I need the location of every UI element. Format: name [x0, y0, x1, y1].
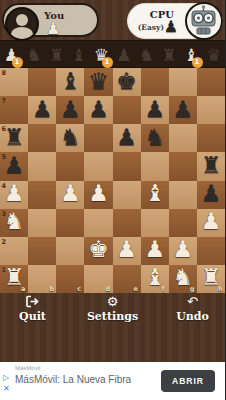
piece-black-pawn[interactable]: ♟ [32, 98, 53, 121]
captured-piece-knight-icon: ♞ [26, 47, 41, 64]
chess-board: ♝♛♚♟♟♟♟♟♜♞♟♞♟♜♟♟♟♝♟♞♟♚♟♟♟♜♝♞♜87654321abc… [0, 68, 225, 293]
square-d6[interactable] [84, 124, 112, 152]
piece-white-king[interactable]: ♚ [88, 238, 109, 261]
piece-white-pawn[interactable]: ♟ [144, 238, 165, 261]
square-g5[interactable] [169, 152, 197, 180]
square-b6[interactable] [28, 124, 56, 152]
quit-button[interactable]: Quit [5, 295, 61, 323]
captured-slot-right-queen: ♛ [203, 41, 226, 69]
square-h6[interactable] [197, 124, 225, 152]
square-f3[interactable] [141, 209, 169, 237]
captured-slot-left-knight: ♞ [23, 41, 46, 69]
piece-white-pawn[interactable]: ♟ [116, 238, 137, 261]
square-e6[interactable]: ♟ [113, 124, 141, 152]
player-card-cpu: CPU (Easy) ♟ [127, 3, 223, 39]
square-c5[interactable] [56, 152, 84, 180]
ad-open-button[interactable]: ABRIR [161, 370, 215, 392]
square-c2[interactable] [56, 237, 84, 265]
captured-piece-knight-icon: ♞ [139, 47, 154, 64]
ad-advertiser: MásMóvil [15, 365, 40, 371]
piece-black-pawn[interactable]: ♟ [201, 182, 222, 205]
square-g8[interactable] [169, 68, 197, 96]
piece-black-king[interactable]: ♚ [116, 70, 137, 93]
square-h2[interactable] [197, 237, 225, 265]
square-b4[interactable] [28, 181, 56, 209]
captured-slot-right-bishop: ♝1 [180, 41, 203, 69]
adchoices-icon[interactable]: ▷ [3, 373, 9, 382]
black-pawn-side-icon: ♟ [164, 17, 178, 36]
piece-black-pawn[interactable]: ♟ [173, 98, 194, 121]
player-card-you: You ♟ [2, 3, 99, 37]
square-f5[interactable] [141, 152, 169, 180]
captured-piece-queen-icon: ♛ [206, 47, 221, 64]
captured-slot-left-bishop: ♝ [68, 41, 91, 69]
bottom-controls: Quit ⚙ Settings ↶ Undo [0, 295, 225, 323]
square-f1[interactable]: ♝ [141, 265, 169, 293]
piece-black-pawn[interactable]: ♟ [144, 98, 165, 121]
square-b5[interactable] [28, 152, 56, 180]
quit-exit-icon [5, 295, 61, 309]
piece-black-pawn[interactable]: ♟ [4, 154, 25, 177]
square-d2[interactable]: ♚ [84, 237, 112, 265]
square-f6[interactable]: ♞ [141, 124, 169, 152]
rank-label-2: 2 [2, 238, 7, 246]
captured-slot-right-knight: ♞ [135, 41, 158, 69]
rank-label-3: 3 [2, 210, 7, 218]
square-d4[interactable]: ♟ [84, 181, 112, 209]
rank-label-1: 1 [2, 266, 7, 274]
square-d3[interactable] [84, 209, 112, 237]
square-b7[interactable]: ♟ [28, 96, 56, 124]
piece-white-pawn[interactable]: ♟ [88, 182, 109, 205]
user-avatar-icon [5, 7, 39, 41]
piece-black-bishop[interactable]: ♝ [60, 70, 81, 93]
captured-count-badge: 1 [12, 57, 23, 68]
captured-slot-right-pawn: ♟ [113, 41, 136, 69]
square-b2[interactable] [28, 237, 56, 265]
file-label-c: c [77, 285, 81, 293]
piece-black-rook[interactable]: ♜ [201, 154, 222, 177]
square-f7[interactable]: ♟ [141, 96, 169, 124]
captured-slot-left-queen: ♛1 [90, 41, 113, 69]
piece-white-pawn[interactable]: ♟ [60, 182, 81, 205]
white-pawn-side-icon: ♟ [46, 19, 60, 38]
square-e2[interactable]: ♟ [113, 237, 141, 265]
square-c4[interactable]: ♟ [56, 181, 84, 209]
rank-label-8: 8 [2, 69, 7, 77]
file-label-a: a [21, 285, 25, 293]
captured-piece-rook-icon: ♜ [49, 47, 64, 64]
square-g4[interactable] [169, 181, 197, 209]
captured-count-badge: 1 [192, 57, 203, 68]
square-d5[interactable] [84, 152, 112, 180]
chess-app: You ♟ CPU (Easy) ♟ [0, 0, 225, 400]
piece-black-pawn[interactable]: ♟ [88, 98, 109, 121]
square-c7[interactable]: ♟ [56, 96, 84, 124]
square-c3[interactable] [56, 209, 84, 237]
captured-piece-pawn-icon: ♟ [116, 47, 131, 64]
piece-black-pawn[interactable]: ♟ [60, 98, 81, 121]
square-d7[interactable]: ♟ [84, 96, 112, 124]
piece-black-knight[interactable]: ♞ [144, 126, 165, 149]
square-g6[interactable] [169, 124, 197, 152]
square-e3[interactable] [113, 209, 141, 237]
ad-banner[interactable]: ▷ ✕ MásMóvil MásMóvil: La Nueva Fibra AB… [0, 362, 225, 400]
square-g3[interactable] [169, 209, 197, 237]
piece-white-pawn[interactable]: ♟ [173, 238, 194, 261]
captured-pieces-tray: ♟1♞♜♝♛1♟♞♜♝1♛ [0, 40, 225, 68]
rank-label-6: 6 [2, 125, 7, 133]
top-bar: You ♟ CPU (Easy) ♟ [0, 0, 225, 40]
square-e4[interactable] [113, 181, 141, 209]
square-e7[interactable] [113, 96, 141, 124]
piece-black-knight[interactable]: ♞ [60, 126, 81, 149]
square-f2[interactable]: ♟ [141, 237, 169, 265]
piece-black-queen[interactable]: ♛ [88, 70, 109, 93]
square-e5[interactable] [113, 152, 141, 180]
piece-white-pawn[interactable]: ♟ [201, 210, 222, 233]
piece-black-rook[interactable]: ♜ [4, 126, 25, 149]
square-h7[interactable] [197, 96, 225, 124]
square-g2[interactable]: ♟ [169, 237, 197, 265]
square-h5[interactable]: ♜ [197, 152, 225, 180]
undo-label: Undo [165, 310, 221, 323]
captured-piece-rook-icon: ♜ [161, 47, 176, 64]
square-f4[interactable]: ♝ [141, 181, 169, 209]
square-e8[interactable]: ♚ [113, 68, 141, 96]
captured-piece-bishop-icon: ♝ [71, 47, 86, 64]
settings-button[interactable]: ⚙ Settings [85, 295, 141, 323]
cpu-difficulty-label: (Easy) [138, 23, 164, 32]
square-h4[interactable]: ♟ [197, 181, 225, 209]
file-label-d: d [105, 285, 110, 293]
file-label-e: e [134, 285, 138, 293]
gear-icon: ⚙ [85, 295, 141, 309]
piece-white-pawn[interactable]: ♟ [4, 182, 25, 205]
piece-white-knight[interactable]: ♞ [4, 210, 25, 233]
undo-arrow-icon: ↶ [165, 295, 221, 309]
square-b3[interactable] [28, 209, 56, 237]
ad-close-icon[interactable]: ✕ [3, 384, 10, 393]
undo-button[interactable]: ↶ Undo [165, 295, 221, 323]
rank-label-5: 5 [2, 153, 7, 161]
ad-headline[interactable]: MásMóvil: La Nueva Fibra [15, 374, 131, 385]
square-f8[interactable] [141, 68, 169, 96]
square-c6[interactable]: ♞ [56, 124, 84, 152]
piece-black-pawn[interactable]: ♟ [116, 126, 137, 149]
square-h8[interactable] [197, 68, 225, 96]
robot-icon [185, 2, 223, 40]
file-label-h: h [218, 285, 223, 293]
captured-slot-right-rook: ♜ [158, 41, 181, 69]
file-label-g: g [190, 285, 195, 293]
square-d8[interactable]: ♛ [84, 68, 112, 96]
square-c8[interactable]: ♝ [56, 68, 84, 96]
captured-count-badge: 1 [102, 57, 113, 68]
rank-label-4: 4 [2, 182, 7, 190]
square-b8[interactable] [28, 68, 56, 96]
square-h3[interactable]: ♟ [197, 209, 225, 237]
settings-label: Settings [85, 310, 141, 323]
captured-slot-left-rook: ♜ [45, 41, 68, 69]
quit-label: Quit [5, 310, 61, 323]
rank-label-7: 7 [2, 97, 7, 105]
piece-white-bishop[interactable]: ♝ [144, 182, 165, 205]
file-label-f: f [162, 285, 165, 293]
file-label-b: b [49, 285, 54, 293]
square-g7[interactable]: ♟ [169, 96, 197, 124]
captured-slot-left-pawn: ♟1 [0, 41, 23, 69]
